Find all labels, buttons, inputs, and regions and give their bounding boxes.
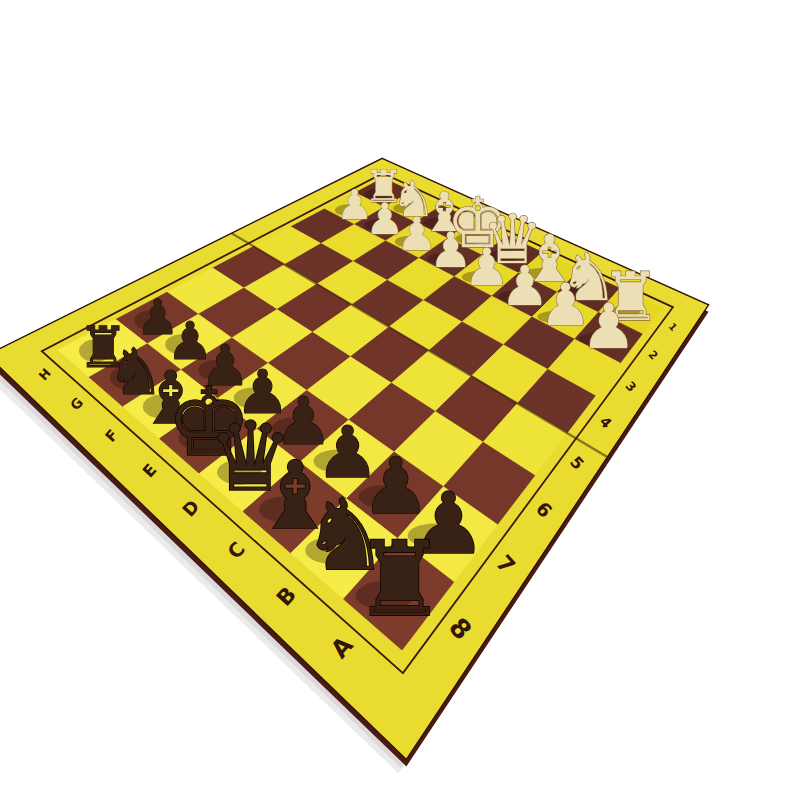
- piece-black-rook-a8: ♜: [353, 519, 446, 639]
- board-photo: HGFEDCBA12345678♜♞♟♝♟♚♟♛♟♝♟♞♟♜♟♟♟♟♜♟♞♟♝♟…: [0, 0, 800, 800]
- chess-board: HGFEDCBA12345678♜♞♟♝♟♚♟♛♟♝♟♞♟♜♟♟♟♟♜♟♞♟♝♟…: [0, 0, 800, 800]
- piece-white-pawn-a2: ♟: [581, 290, 637, 363]
